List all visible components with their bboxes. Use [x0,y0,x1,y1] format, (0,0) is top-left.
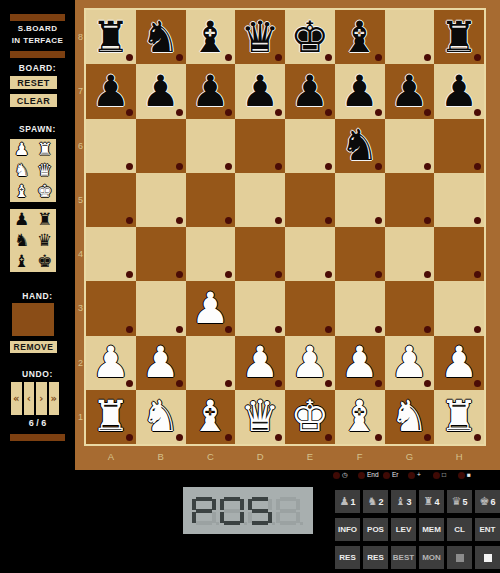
square-a1[interactable]: ♜ [86,390,136,444]
decimal-point [300,522,303,525]
square-h2[interactable]: ♟ [434,336,484,390]
spawn-black-pawn[interactable]: ♟ [10,209,33,230]
key-pawn-icon: ♟ [340,495,350,508]
piece-white-pawn-a2[interactable]: ♟ [86,336,136,390]
square-g1[interactable]: ♞ [385,390,435,444]
piece-white-pawn-d2[interactable]: ♟ [235,336,285,390]
square-d5[interactable] [235,173,285,227]
led-clock: ◷ [333,472,358,479]
led-square-filled-dot [458,472,465,479]
spawn-section-label: SPAWN: [0,124,75,134]
led-square-outline-label: □ [442,472,446,479]
key-king-number: 6 [490,497,495,507]
square-c7[interactable]: ♟ [186,64,236,118]
spawn-black-queen[interactable]: ♛ [33,230,56,251]
key-pawn-number: 1 [350,497,355,507]
rank-label-2: 2 [75,336,86,390]
square-g5[interactable] [385,173,435,227]
display-digit-2 [220,497,244,525]
square-d1[interactable]: ♛ [235,390,285,444]
file-label-C: C [186,444,236,462]
square-h7[interactable]: ♟ [434,64,484,118]
square-led [325,271,332,278]
file-label-G: G [385,444,435,462]
square-f1[interactable]: ♝ [335,390,385,444]
square-a4[interactable] [86,227,136,281]
square-a7[interactable]: ♟ [86,64,136,118]
rank-label-6: 6 [75,119,86,173]
undo-section-label: UNDO: [0,369,75,379]
segment-e [192,512,196,523]
led-er-label: Er [392,472,399,479]
status-led-row: ◷EndEr+□■ [333,472,500,479]
square-g2[interactable]: ♟ [385,336,435,390]
segment-b [296,499,300,510]
square-h5[interactable] [434,173,484,227]
seven-segment-display [183,487,313,534]
piece-white-pawn-g2[interactable]: ♟ [385,336,435,390]
spawn-white-queen[interactable]: ♛ [33,160,56,181]
square-g7[interactable]: ♟ [385,64,435,118]
rank-label-8: 8 [75,10,86,64]
segment-e [276,512,280,523]
led-check-dot [408,472,415,479]
key-knight[interactable]: ♞2 [363,490,388,513]
sensor-board-app: S.BOARD IN TERFACE BOARD: RESET CLEAR SP… [0,0,500,573]
sidebar: S.BOARD IN TERFACE BOARD: RESET CLEAR SP… [0,0,75,573]
file-label-E: E [285,444,335,462]
square-led [126,217,133,224]
segment-a [252,497,268,501]
key-bishop-icon: ♝ [396,495,406,508]
file-label-B: B [136,444,186,462]
segment-d [196,521,212,525]
square-led [325,326,332,333]
hand-section-label: HAND: [0,291,75,301]
square-led [176,326,183,333]
led-er-dot [383,472,390,479]
piece-white-queen-d1[interactable]: ♛ [235,390,285,444]
display-digit-3 [248,497,272,525]
segment-g [196,509,212,513]
spawn-black-king[interactable]: ♚ [33,251,56,272]
square-d8[interactable]: ♛ [235,10,285,64]
spawn-white-rook[interactable]: ♜ [33,139,56,160]
square-led [275,271,282,278]
key-knight-icon: ♞ [368,495,378,508]
segment-e [220,512,224,523]
spawn-black-bishop[interactable]: ♝ [10,251,33,272]
square-led [424,163,431,170]
rank-label-5: 5 [75,173,86,227]
square-led [126,271,133,278]
square-b7[interactable]: ♟ [136,64,186,118]
segment-d [252,521,268,525]
square-e3[interactable] [285,281,335,335]
segment-d [280,521,296,525]
square-led [375,326,382,333]
decimal-point [216,522,219,525]
key-lev[interactable]: LEV [391,518,416,541]
square-a5[interactable] [86,173,136,227]
piece-white-pawn-f2[interactable]: ♟ [335,336,385,390]
file-label-A: A [86,444,136,462]
square-d7[interactable]: ♟ [235,64,285,118]
square-d6[interactable] [235,119,285,173]
square-a6[interactable] [86,119,136,173]
piece-black-pawn-h7[interactable]: ♟ [434,64,484,118]
piece-white-king-e1[interactable]: ♚ [285,390,335,444]
segment-a [196,497,212,501]
key-info[interactable]: INFO [335,518,360,541]
led-end-dot [358,472,365,479]
square-e1[interactable]: ♚ [285,390,335,444]
square-h3[interactable] [434,281,484,335]
square-h8[interactable]: ♜ [434,10,484,64]
square-h6[interactable] [434,119,484,173]
file-label-H: H [434,444,484,462]
square-b3[interactable] [136,281,186,335]
spawn-black-rook[interactable]: ♜ [33,209,56,230]
spawn-white-king[interactable]: ♚ [33,181,56,202]
undo-controls: «‹›» [11,382,59,415]
display-digit-4 [276,497,300,525]
piece-white-knight-b1[interactable]: ♞ [136,390,186,444]
key-square-dim-icon [456,554,464,562]
led-square-outline-dot [433,472,440,479]
piece-white-pawn-c3[interactable]: ♟ [186,281,236,335]
segment-b [212,499,216,510]
app-title-line2: IN TERFACE [0,36,75,45]
undo-counter: 6 / 6 [0,418,75,428]
square-a8[interactable]: ♜ [86,10,136,64]
square-d4[interactable] [235,227,285,281]
piece-white-knight-g1[interactable]: ♞ [385,390,435,444]
spawn-black-knight[interactable]: ♞ [10,230,33,251]
segment-a [224,497,240,501]
square-f7[interactable]: ♟ [335,64,385,118]
divider-bar [10,14,65,21]
piece-black-pawn-g7[interactable]: ♟ [385,64,435,118]
square-led [225,271,232,278]
segment-g [224,509,240,513]
piece-white-rook-a1[interactable]: ♜ [86,390,136,444]
led-end: End [358,472,383,479]
square-b5[interactable] [136,173,186,227]
file-label-F: F [335,444,385,462]
led-clock-dot [333,472,340,479]
square-e5[interactable] [285,173,335,227]
square-f5[interactable] [335,173,385,227]
square-b1[interactable]: ♞ [136,390,186,444]
key-pawn[interactable]: ♟1 [335,490,360,513]
board-section-label: BOARD: [0,63,75,73]
chess-board: ♜♞♝♛♚♝♜♟♟♟♟♟♟♟♟♞♟♟♟♟♟♟♟♟♜♞♝♛♚♝♞♜ [86,10,484,444]
key-square-white[interactable] [475,546,500,569]
piece-black-pawn-d7[interactable]: ♟ [235,64,285,118]
key-bishop-number: 3 [406,497,411,507]
board-frame: 87654321 ♜♞♝♛♚♝♜♟♟♟♟♟♟♟♟♞♟♟♟♟♟♟♟♟♜♞♝♛♚♝♞… [75,0,500,470]
led-clock-label: ◷ [342,472,348,479]
square-c1[interactable]: ♝ [186,390,236,444]
square-f3[interactable] [335,281,385,335]
divider-bar [10,51,65,58]
piece-white-pawn-e2[interactable]: ♟ [285,336,335,390]
led-check: + [408,472,433,479]
piece-black-queen-d8[interactable]: ♛ [235,10,285,64]
app-title-line1: S.BOARD [0,24,75,33]
square-e2[interactable]: ♟ [285,336,335,390]
led-square-outline: □ [433,472,458,479]
piece-white-bishop-f1[interactable]: ♝ [335,390,385,444]
keypad: ♟1♞2♝3♜4♛5♚6INFOPOSLEVMEMCLENTRESRESBEST… [335,490,500,569]
square-b2[interactable]: ♟ [136,336,186,390]
piece-black-bishop-f8[interactable]: ♝ [335,10,385,64]
square-e8[interactable]: ♚ [285,10,335,64]
square-led [474,163,481,170]
piece-black-pawn-e7[interactable]: ♟ [285,64,335,118]
key-bishop[interactable]: ♝3 [391,490,416,513]
square-g3[interactable] [385,281,435,335]
square-led [176,217,183,224]
square-h4[interactable] [434,227,484,281]
square-c3[interactable]: ♟ [186,281,236,335]
reset-button[interactable]: RESET [10,76,57,89]
segment-e [248,512,252,523]
square-led [126,163,133,170]
square-led [176,163,183,170]
square-g6[interactable] [385,119,435,173]
piece-black-knight-f6[interactable]: ♞ [335,119,385,173]
key-king-icon: ♚ [480,495,490,508]
square-led [474,326,481,333]
square-d2[interactable]: ♟ [235,336,285,390]
key-square-white-icon [484,554,492,562]
square-led [225,380,232,387]
key-rook[interactable]: ♜4 [419,490,444,513]
square-f4[interactable] [335,227,385,281]
key-res-1[interactable]: RES [335,546,360,569]
square-led [424,271,431,278]
key-mem[interactable]: MEM [419,518,444,541]
piece-white-pawn-b2[interactable]: ♟ [136,336,186,390]
spawn-white-bishop[interactable]: ♝ [10,181,33,202]
piece-black-king-e8[interactable]: ♚ [285,10,335,64]
key-rook-number: 4 [434,497,439,507]
square-f8[interactable]: ♝ [335,10,385,64]
hand-slot[interactable] [12,303,54,336]
square-h1[interactable]: ♜ [434,390,484,444]
spawn-white-pawn[interactable]: ♟ [10,139,33,160]
undo-last[interactable]: » [49,382,60,415]
spawn-tray-white: ♟♜♞♛♝♚ [10,139,56,202]
piece-black-pawn-b7[interactable]: ♟ [136,64,186,118]
segment-d [224,521,240,525]
rank-labels: 87654321 [75,10,86,444]
clear-button[interactable]: CLEAR [10,94,57,107]
piece-black-rook-a8[interactable]: ♜ [86,10,136,64]
square-led [375,271,382,278]
square-led [424,54,431,61]
led-square-filled: ■ [458,472,483,479]
piece-white-rook-h1[interactable]: ♜ [434,390,484,444]
spawn-tray-black: ♟♜♞♛♝♚ [10,209,56,272]
piece-black-rook-h8[interactable]: ♜ [434,10,484,64]
key-best[interactable]: BEST [391,546,416,569]
led-square-filled-label: ■ [467,472,471,479]
rank-label-4: 4 [75,227,86,281]
square-led [375,217,382,224]
square-a2[interactable]: ♟ [86,336,136,390]
square-led [474,271,481,278]
undo-forward[interactable]: › [36,382,47,415]
key-queen[interactable]: ♛5 [447,490,472,513]
key-queen-icon: ♛ [452,495,462,508]
square-c2[interactable] [186,336,236,390]
led-er: Er [383,472,408,479]
square-led [325,163,332,170]
square-e6[interactable] [285,119,335,173]
piece-black-pawn-c7[interactable]: ♟ [186,64,236,118]
square-g8[interactable] [385,10,435,64]
square-led [275,217,282,224]
key-pos[interactable]: POS [363,518,388,541]
rank-label-3: 3 [75,281,86,335]
piece-white-pawn-h2[interactable]: ♟ [434,336,484,390]
display-digit-1 [192,497,216,525]
square-led [176,271,183,278]
decimal-point [272,522,275,525]
segment-g [252,509,268,513]
key-queen-number: 5 [462,497,467,507]
square-c6[interactable] [186,119,236,173]
segment-g [280,509,296,513]
file-label-D: D [235,444,285,462]
square-led [474,217,481,224]
square-led [424,326,431,333]
square-c5[interactable] [186,173,236,227]
square-f6[interactable]: ♞ [335,119,385,173]
led-end-label: End [367,472,379,479]
square-c4[interactable] [186,227,236,281]
square-e4[interactable] [285,227,335,281]
square-d3[interactable] [235,281,285,335]
piece-black-pawn-f7[interactable]: ♟ [335,64,385,118]
key-cl[interactable]: CL [447,518,472,541]
square-a3[interactable] [86,281,136,335]
square-b4[interactable] [136,227,186,281]
decimal-point [244,522,247,525]
square-b8[interactable]: ♞ [136,10,186,64]
key-square-dim[interactable] [447,546,472,569]
piece-black-pawn-a7[interactable]: ♟ [86,64,136,118]
square-led [275,163,282,170]
key-knight-number: 2 [378,497,383,507]
remove-button[interactable]: REMOVE [10,341,57,353]
square-led [126,326,133,333]
square-b6[interactable] [136,119,186,173]
square-led [424,217,431,224]
square-led [225,163,232,170]
piece-white-bishop-c1[interactable]: ♝ [186,390,236,444]
segment-b [240,499,244,510]
segment-b [268,499,272,510]
undo-back[interactable]: ‹ [24,382,35,415]
divider-bar [10,434,65,441]
piece-black-bishop-c8[interactable]: ♝ [186,10,236,64]
square-e7[interactable]: ♟ [285,64,335,118]
key-ent[interactable]: ENT [475,518,500,541]
led-check-label: + [417,472,421,479]
key-res-2[interactable]: RES [363,546,388,569]
file-labels: ABCDEFGH [86,444,484,462]
square-led [225,217,232,224]
square-led [325,217,332,224]
square-f2[interactable]: ♟ [335,336,385,390]
rank-label-7: 7 [75,64,86,118]
undo-first[interactable]: « [11,382,22,415]
spawn-white-knight[interactable]: ♞ [10,160,33,181]
piece-black-knight-b8[interactable]: ♞ [136,10,186,64]
segment-a [280,497,296,501]
rank-label-1: 1 [75,390,86,444]
square-c8[interactable]: ♝ [186,10,236,64]
square-led [275,326,282,333]
key-mon[interactable]: MON [419,546,444,569]
key-rook-icon: ♜ [424,495,434,508]
square-g4[interactable] [385,227,435,281]
key-king[interactable]: ♚6 [475,490,500,513]
